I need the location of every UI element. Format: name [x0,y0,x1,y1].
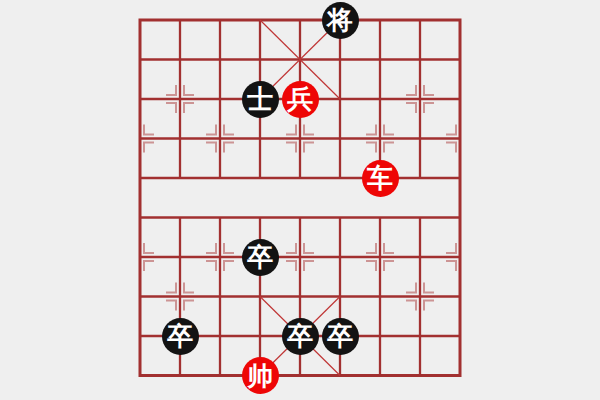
piece-red-soldier[interactable]: 兵 [282,81,319,118]
piece-black-soldier-c[interactable]: 卒 [282,318,319,355]
board-grid: 将士兵车卒卒卒卒帅 [120,1,480,396]
piece-black-soldier-b[interactable]: 卒 [162,318,199,355]
piece-black-advisor[interactable]: 士 [242,81,279,118]
piece-black-general[interactable]: 将 [322,2,359,39]
piece-red-chariot[interactable]: 车 [362,160,399,197]
piece-red-general[interactable]: 帅 [242,357,279,394]
piece-black-soldier-d[interactable]: 卒 [322,318,359,355]
piece-black-soldier-a[interactable]: 卒 [242,239,279,276]
xiangqi-app: 将士兵车卒卒卒卒帅 [0,0,600,400]
